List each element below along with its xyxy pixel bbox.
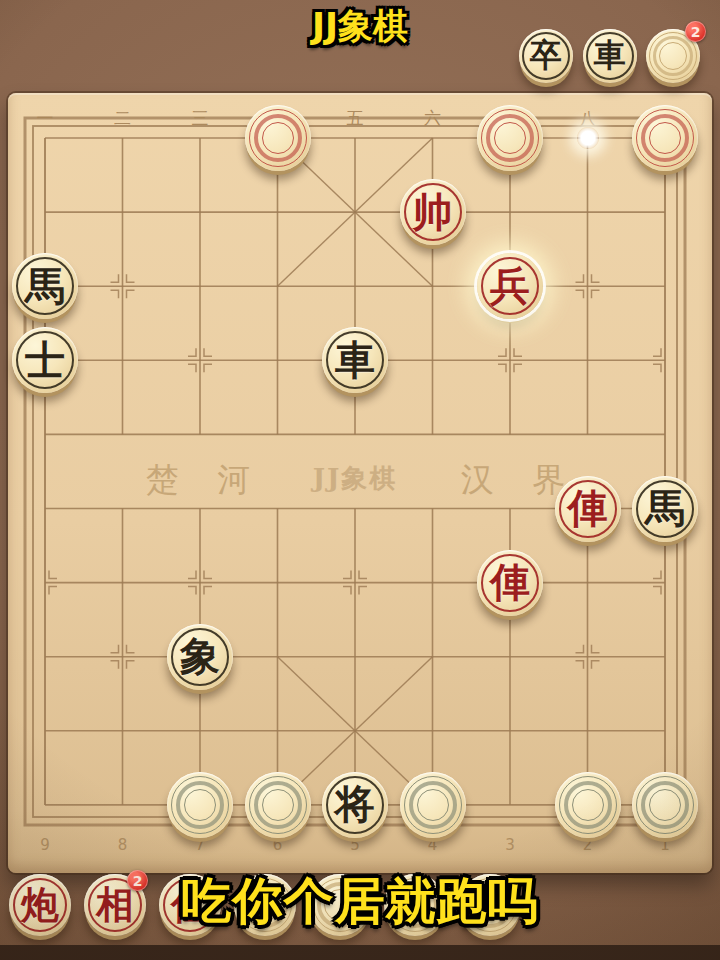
file-label-bottom: 4: [428, 836, 438, 854]
piece-glyph: 車: [322, 327, 388, 393]
point-marker: [49, 571, 57, 579]
piece-back-ring: [649, 789, 681, 821]
point-marker: [576, 290, 584, 298]
piece-glyph: 馬: [12, 253, 78, 319]
point-marker: [592, 661, 600, 669]
black-advisor[interactable]: 士: [12, 327, 78, 393]
point-marker: [111, 290, 119, 298]
app-title: JJ象棋: [0, 3, 720, 50]
piece-back-ring: [417, 789, 449, 821]
point-marker: [111, 661, 119, 669]
piece-back-ring: [649, 122, 681, 154]
point-marker: [592, 290, 600, 298]
point-marker: [188, 364, 196, 372]
piece-back-ring: [262, 789, 294, 821]
point-marker: [359, 571, 367, 579]
river-text-left: 楚 河: [146, 460, 265, 499]
point-marker: [653, 571, 661, 579]
file-label-top: 一: [37, 108, 54, 128]
piece-glyph: 俥: [555, 476, 621, 542]
piece-glyph: 将: [322, 772, 388, 838]
point-marker: [111, 645, 119, 653]
file-label-bottom: 7: [195, 836, 205, 854]
piece-glyph: 兵: [477, 253, 543, 319]
point-marker: [498, 348, 506, 356]
hidden-red-piece[interactable]: [477, 105, 543, 171]
hidden-black-piece[interactable]: [245, 772, 311, 838]
hidden-red-piece[interactable]: [632, 105, 698, 171]
point-marker: [188, 348, 196, 356]
point-marker: [127, 290, 135, 298]
piece-glyph: 帅: [400, 179, 466, 245]
point-marker: [653, 587, 661, 595]
hidden-black-piece[interactable]: [400, 772, 466, 838]
hidden-black-piece[interactable]: [632, 772, 698, 838]
last-move-origin-dot: [577, 127, 599, 149]
black-elephant[interactable]: 象: [167, 624, 233, 690]
piece-glyph: 俥: [477, 550, 543, 616]
piece-glyph: 士: [12, 327, 78, 393]
hidden-red-piece[interactable]: [245, 105, 311, 171]
point-marker: [576, 645, 584, 653]
point-marker: [592, 645, 600, 653]
file-label-top: 三: [192, 108, 209, 128]
piece-back-ring: [494, 122, 526, 154]
point-marker: [576, 274, 584, 282]
file-label-bottom: 5: [350, 836, 360, 854]
point-marker: [343, 587, 351, 595]
piece-back-ring: [262, 122, 294, 154]
red-general[interactable]: 帅: [400, 179, 466, 245]
file-label-bottom: 9: [40, 836, 50, 854]
piece-back-ring: [184, 789, 216, 821]
black-general[interactable]: 将: [322, 772, 388, 838]
piece-back-ring: [572, 789, 604, 821]
hidden-black-piece[interactable]: [167, 772, 233, 838]
hidden-black-piece[interactable]: [555, 772, 621, 838]
file-label-top: 五: [347, 108, 364, 128]
point-marker: [592, 274, 600, 282]
point-marker: [514, 348, 522, 356]
point-marker: [653, 348, 661, 356]
point-marker: [127, 274, 135, 282]
file-label-top: 八: [579, 108, 596, 128]
point-marker: [204, 587, 212, 595]
point-marker: [359, 587, 367, 595]
file-label-top: 六: [424, 108, 441, 128]
black-horse[interactable]: 馬: [12, 253, 78, 319]
piece-glyph: 象: [167, 624, 233, 690]
red-soldier[interactable]: 兵: [477, 253, 543, 319]
river-watermark: JJ象棋: [311, 463, 398, 493]
file-label-bottom: 1: [660, 836, 670, 854]
red-chariot[interactable]: 俥: [477, 550, 543, 616]
point-marker: [204, 348, 212, 356]
point-marker: [49, 587, 57, 595]
bottom-dark-strip: [0, 945, 720, 960]
point-marker: [188, 571, 196, 579]
point-marker: [204, 364, 212, 372]
point-marker: [111, 274, 119, 282]
black-chariot[interactable]: 車: [322, 327, 388, 393]
file-label-top: 二: [114, 108, 131, 128]
point-marker: [127, 661, 135, 669]
point-marker: [498, 364, 506, 372]
point-marker: [204, 571, 212, 579]
point-marker: [653, 364, 661, 372]
piece-glyph: 馬: [632, 476, 698, 542]
black-horse[interactable]: 馬: [632, 476, 698, 542]
point-marker: [188, 587, 196, 595]
point-marker: [343, 571, 351, 579]
file-label-bottom: 3: [505, 836, 515, 854]
point-marker: [576, 661, 584, 669]
red-chariot[interactable]: 俥: [555, 476, 621, 542]
point-marker: [127, 645, 135, 653]
point-marker: [514, 364, 522, 372]
file-label-bottom: 2: [583, 836, 593, 854]
file-label-bottom: 8: [118, 836, 128, 854]
caption-subtitle: 吃你个居就跑吗: [0, 874, 720, 929]
file-label-bottom: 6: [273, 836, 283, 854]
xiangqi-board: 楚 河 JJ象棋 汉 界 一9二8三7四6五5六4七3八2九1 帅兵俥俥馬士車馬…: [8, 93, 712, 873]
